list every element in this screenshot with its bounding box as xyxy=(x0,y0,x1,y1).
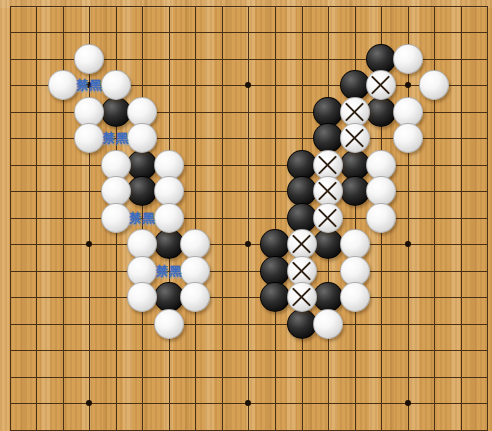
grid-horizontal-line xyxy=(10,32,488,33)
black-stone[interactable] xyxy=(366,44,396,74)
black-stone[interactable] xyxy=(313,123,343,153)
white-stone[interactable] xyxy=(154,176,184,206)
white-stone-x-marked[interactable] xyxy=(313,176,343,206)
black-stone[interactable] xyxy=(340,176,370,206)
grid-vertical-line xyxy=(248,6,249,431)
white-stone-x-marked[interactable] xyxy=(287,282,317,312)
white-stone[interactable] xyxy=(127,282,157,312)
white-stone[interactable] xyxy=(74,97,104,127)
black-stone[interactable] xyxy=(260,256,290,286)
white-stone-x-marked[interactable] xyxy=(287,229,317,259)
forbidden-black-label: 禁黑 xyxy=(76,77,102,94)
white-stone[interactable] xyxy=(101,70,131,100)
grid-vertical-line xyxy=(275,6,276,431)
grid-vertical-line xyxy=(142,6,143,431)
grid-vertical-line xyxy=(461,6,462,431)
white-stone[interactable] xyxy=(127,97,157,127)
black-stone[interactable] xyxy=(340,150,370,180)
grid-horizontal-line xyxy=(10,430,488,431)
star-point xyxy=(245,400,251,406)
white-stone[interactable] xyxy=(313,309,343,339)
white-stone[interactable] xyxy=(101,176,131,206)
white-stone[interactable] xyxy=(366,150,396,180)
white-stone[interactable] xyxy=(127,123,157,153)
white-stone[interactable] xyxy=(127,256,157,286)
white-stone-x-marked[interactable] xyxy=(313,203,343,233)
black-stone[interactable] xyxy=(260,282,290,312)
grid-horizontal-line xyxy=(10,6,488,7)
black-stone[interactable] xyxy=(127,176,157,206)
white-stone[interactable] xyxy=(74,123,104,153)
white-stone[interactable] xyxy=(127,229,157,259)
white-stone[interactable] xyxy=(48,70,78,100)
white-stone[interactable] xyxy=(154,309,184,339)
grid-horizontal-line xyxy=(10,297,488,298)
black-stone[interactable] xyxy=(340,70,370,100)
white-stone-x-marked[interactable] xyxy=(366,70,396,100)
go-board[interactable]: 禁黑禁黑禁黑禁黑 xyxy=(0,0,492,431)
star-point xyxy=(405,82,411,88)
black-stone[interactable] xyxy=(313,282,343,312)
grid-horizontal-line xyxy=(10,165,488,166)
white-stone[interactable] xyxy=(393,44,423,74)
star-point xyxy=(86,82,92,88)
grid-horizontal-line xyxy=(10,85,488,86)
black-stone[interactable] xyxy=(287,203,317,233)
white-stone[interactable] xyxy=(366,176,396,206)
white-stone[interactable] xyxy=(101,203,131,233)
white-stone[interactable] xyxy=(393,97,423,127)
white-stone[interactable] xyxy=(101,150,131,180)
star-point xyxy=(405,400,411,406)
star-point xyxy=(405,241,411,247)
white-stone-x-marked[interactable] xyxy=(340,97,370,127)
white-stone[interactable] xyxy=(180,229,210,259)
grid-vertical-line xyxy=(487,6,488,431)
forbidden-black-label: 禁黑 xyxy=(103,130,129,147)
forbidden-black-label: 禁黑 xyxy=(129,209,155,226)
grid-vertical-line xyxy=(195,6,196,431)
forbidden-black-label: 禁黑 xyxy=(156,262,182,279)
white-stone[interactable] xyxy=(340,229,370,259)
white-stone-x-marked[interactable] xyxy=(313,150,343,180)
white-stone[interactable] xyxy=(366,203,396,233)
white-stone[interactable] xyxy=(180,256,210,286)
black-stone[interactable] xyxy=(154,229,184,259)
star-point xyxy=(245,241,251,247)
grid-horizontal-line xyxy=(10,244,488,245)
white-stone[interactable] xyxy=(180,282,210,312)
black-stone[interactable] xyxy=(287,309,317,339)
white-stone[interactable] xyxy=(419,70,449,100)
white-stone[interactable] xyxy=(74,44,104,74)
grid-horizontal-line xyxy=(10,350,488,351)
black-stone[interactable] xyxy=(260,229,290,259)
black-stone[interactable] xyxy=(287,176,317,206)
grid-vertical-line xyxy=(222,6,223,431)
star-point xyxy=(245,82,251,88)
white-stone-x-marked[interactable] xyxy=(287,256,317,286)
white-stone[interactable] xyxy=(154,150,184,180)
black-stone[interactable] xyxy=(366,97,396,127)
black-stone[interactable] xyxy=(101,97,131,127)
black-stone[interactable] xyxy=(313,229,343,259)
white-stone-x-marked[interactable] xyxy=(340,123,370,153)
black-stone[interactable] xyxy=(127,150,157,180)
grid-vertical-line xyxy=(10,6,11,431)
grid-horizontal-line xyxy=(10,324,488,325)
grid-vertical-line xyxy=(36,6,37,431)
white-stone[interactable] xyxy=(154,203,184,233)
black-stone[interactable] xyxy=(313,97,343,127)
black-stone[interactable] xyxy=(154,282,184,312)
grid-horizontal-line xyxy=(10,191,488,192)
white-stone[interactable] xyxy=(340,256,370,286)
grid-horizontal-line xyxy=(10,271,488,272)
star-point xyxy=(86,241,92,247)
black-stone[interactable] xyxy=(287,150,317,180)
grid-horizontal-line xyxy=(10,377,488,378)
star-point xyxy=(86,400,92,406)
grid-horizontal-line xyxy=(10,218,488,219)
white-stone[interactable] xyxy=(340,282,370,312)
grid-horizontal-line xyxy=(10,403,488,404)
white-stone[interactable] xyxy=(393,123,423,153)
